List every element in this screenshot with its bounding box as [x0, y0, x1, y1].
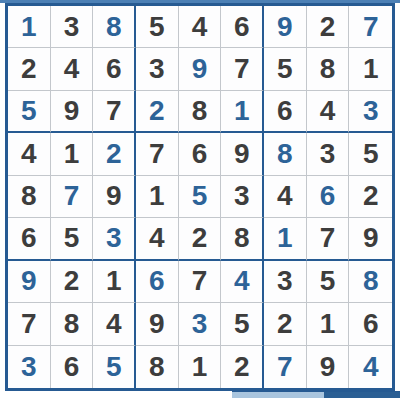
cell-r1c2[interactable]: 3 — [51, 6, 94, 48]
cell-r3c6[interactable]: 1 — [221, 91, 264, 133]
cell-r6c4[interactable]: 4 — [136, 218, 179, 260]
cell-r5c5[interactable]: 5 — [179, 176, 222, 218]
cell-r8c7[interactable]: 2 — [264, 303, 307, 345]
cell-r2c6[interactable]: 7 — [221, 48, 264, 90]
cell-r1c6[interactable]: 6 — [221, 6, 264, 48]
cell-r2c7[interactable]: 5 — [264, 48, 307, 90]
cell-r9c2[interactable]: 6 — [51, 346, 94, 388]
cell-r5c4[interactable]: 1 — [136, 176, 179, 218]
cell-r3c1[interactable]: 5 — [8, 91, 51, 133]
cell-r4c4[interactable]: 7 — [136, 133, 179, 175]
cell-r3c5[interactable]: 8 — [179, 91, 222, 133]
cell-r8c4[interactable]: 9 — [136, 303, 179, 345]
cell-r1c9[interactable]: 7 — [349, 6, 392, 48]
cell-r6c6[interactable]: 8 — [221, 218, 264, 260]
window-bottom-edge — [232, 391, 400, 398]
cell-r9c6[interactable]: 2 — [221, 346, 264, 388]
cell-r9c4[interactable]: 8 — [136, 346, 179, 388]
cell-r4c7[interactable]: 8 — [264, 133, 307, 175]
cell-r2c2[interactable]: 4 — [51, 48, 94, 90]
cell-r3c2[interactable]: 9 — [51, 91, 94, 133]
cell-r7c6[interactable]: 4 — [221, 261, 264, 303]
cell-r7c7[interactable]: 3 — [264, 261, 307, 303]
cell-r7c1[interactable]: 9 — [8, 261, 51, 303]
cell-r9c3[interactable]: 5 — [93, 346, 136, 388]
cell-r9c5[interactable]: 1 — [179, 346, 222, 388]
cell-r1c3[interactable]: 8 — [93, 6, 136, 48]
cell-r3c9[interactable]: 3 — [349, 91, 392, 133]
cell-r4c6[interactable]: 9 — [221, 133, 264, 175]
cell-r5c6[interactable]: 3 — [221, 176, 264, 218]
cell-r8c9[interactable]: 6 — [349, 303, 392, 345]
cell-r2c4[interactable]: 3 — [136, 48, 179, 90]
cell-r1c8[interactable]: 2 — [307, 6, 350, 48]
cell-r5c8[interactable]: 6 — [307, 176, 350, 218]
cell-r7c3[interactable]: 1 — [93, 261, 136, 303]
cell-r4c9[interactable]: 5 — [349, 133, 392, 175]
cell-r8c1[interactable]: 7 — [8, 303, 51, 345]
cell-r5c7[interactable]: 4 — [264, 176, 307, 218]
cell-r8c2[interactable]: 8 — [51, 303, 94, 345]
cell-r3c8[interactable]: 4 — [307, 91, 350, 133]
cell-r7c2[interactable]: 2 — [51, 261, 94, 303]
cell-r1c5[interactable]: 4 — [179, 6, 222, 48]
cell-r8c3[interactable]: 4 — [93, 303, 136, 345]
cell-r6c9[interactable]: 9 — [349, 218, 392, 260]
cell-r6c8[interactable]: 7 — [307, 218, 350, 260]
cell-r2c3[interactable]: 6 — [93, 48, 136, 90]
cell-r5c2[interactable]: 7 — [51, 176, 94, 218]
cell-r2c5[interactable]: 9 — [179, 48, 222, 90]
cell-r6c3[interactable]: 3 — [93, 218, 136, 260]
cell-r8c5[interactable]: 3 — [179, 303, 222, 345]
cell-r5c9[interactable]: 2 — [349, 176, 392, 218]
cell-r6c2[interactable]: 5 — [51, 218, 94, 260]
cell-r1c7[interactable]: 9 — [264, 6, 307, 48]
cell-r7c8[interactable]: 5 — [307, 261, 350, 303]
cell-r4c2[interactable]: 1 — [51, 133, 94, 175]
cell-r9c8[interactable]: 9 — [307, 346, 350, 388]
cell-r7c4[interactable]: 6 — [136, 261, 179, 303]
cell-r1c1[interactable]: 1 — [8, 6, 51, 48]
cell-r7c9[interactable]: 8 — [349, 261, 392, 303]
cell-r6c1[interactable]: 6 — [8, 218, 51, 260]
cell-r2c1[interactable]: 2 — [8, 48, 51, 90]
cell-r8c8[interactable]: 1 — [307, 303, 350, 345]
cell-r5c3[interactable]: 9 — [93, 176, 136, 218]
cell-r2c8[interactable]: 8 — [307, 48, 350, 90]
cell-r6c7[interactable]: 1 — [264, 218, 307, 260]
cell-r2c9[interactable]: 1 — [349, 48, 392, 90]
cell-r3c7[interactable]: 6 — [264, 91, 307, 133]
cell-r6c5[interactable]: 2 — [179, 218, 222, 260]
cell-r4c5[interactable]: 6 — [179, 133, 222, 175]
cell-r9c1[interactable]: 3 — [8, 346, 51, 388]
cell-r9c7[interactable]: 7 — [264, 346, 307, 388]
sudoku-board: 1385469272463975815972816434127698358791… — [5, 3, 395, 391]
cell-r9c9[interactable]: 4 — [349, 346, 392, 388]
cell-r3c3[interactable]: 7 — [93, 91, 136, 133]
cell-r5c1[interactable]: 8 — [8, 176, 51, 218]
cell-r7c5[interactable]: 7 — [179, 261, 222, 303]
sudoku-app: 1385469272463975815972816434127698358791… — [0, 0, 400, 398]
cell-r4c1[interactable]: 4 — [8, 133, 51, 175]
cell-r4c8[interactable]: 3 — [307, 133, 350, 175]
cell-r4c3[interactable]: 2 — [93, 133, 136, 175]
cell-r8c6[interactable]: 5 — [221, 303, 264, 345]
cell-r3c4[interactable]: 2 — [136, 91, 179, 133]
cell-r1c4[interactable]: 5 — [136, 6, 179, 48]
